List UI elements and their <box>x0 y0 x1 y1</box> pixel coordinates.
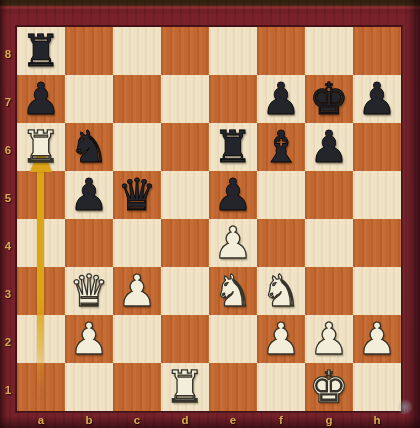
square-f4[interactable] <box>257 219 305 267</box>
square-a6[interactable]: ♜ <box>17 123 65 171</box>
square-a4[interactable] <box>17 219 65 267</box>
black-pawn[interactable]: ♟ <box>353 75 401 123</box>
file-label-e: e <box>209 409 257 428</box>
square-g1[interactable]: ♚ <box>305 363 353 411</box>
square-d4[interactable] <box>161 219 209 267</box>
file-label-b: b <box>65 409 113 428</box>
chess-board-widget: ♜♟♟♚♟♜♞♜♝♟♟♛♟♟♛♟♞♞♟♟♟♟♜♚ 87654321 abcdef… <box>0 0 420 428</box>
square-d3[interactable] <box>161 267 209 315</box>
square-c5[interactable]: ♛ <box>113 171 161 219</box>
square-h2[interactable]: ♟ <box>353 315 401 363</box>
rank-label-8: 8 <box>0 27 16 75</box>
white-pawn[interactable]: ♟ <box>113 267 161 315</box>
square-d7[interactable] <box>161 75 209 123</box>
square-h6[interactable] <box>353 123 401 171</box>
file-label-f: f <box>257 409 305 428</box>
black-pawn[interactable]: ♟ <box>305 123 353 171</box>
square-g5[interactable] <box>305 171 353 219</box>
square-b8[interactable] <box>65 27 113 75</box>
file-label-c: c <box>113 409 161 428</box>
black-king[interactable]: ♚ <box>305 75 353 123</box>
square-f3[interactable]: ♞ <box>257 267 305 315</box>
square-b2[interactable]: ♟ <box>65 315 113 363</box>
white-pawn[interactable]: ♟ <box>65 315 113 363</box>
square-e5[interactable]: ♟ <box>209 171 257 219</box>
white-knight[interactable]: ♞ <box>257 267 305 315</box>
square-f7[interactable]: ♟ <box>257 75 305 123</box>
square-c6[interactable] <box>113 123 161 171</box>
square-c2[interactable] <box>113 315 161 363</box>
rank-label-4: 4 <box>0 219 16 267</box>
black-pawn[interactable]: ♟ <box>257 75 305 123</box>
square-g4[interactable] <box>305 219 353 267</box>
black-bishop[interactable]: ♝ <box>257 123 305 171</box>
square-e8[interactable] <box>209 27 257 75</box>
black-knight[interactable]: ♞ <box>65 123 113 171</box>
rank-label-7: 7 <box>0 75 16 123</box>
board: ♜♟♟♚♟♜♞♜♝♟♟♛♟♟♛♟♞♞♟♟♟♟♜♚ <box>16 26 402 412</box>
square-b6[interactable]: ♞ <box>65 123 113 171</box>
square-c4[interactable] <box>113 219 161 267</box>
square-d2[interactable] <box>161 315 209 363</box>
black-pawn[interactable]: ♟ <box>65 171 113 219</box>
square-f1[interactable] <box>257 363 305 411</box>
white-rook[interactable]: ♜ <box>161 363 209 411</box>
file-label-a: a <box>17 409 65 428</box>
square-g2[interactable]: ♟ <box>305 315 353 363</box>
white-pawn[interactable]: ♟ <box>353 315 401 363</box>
square-f6[interactable]: ♝ <box>257 123 305 171</box>
square-b4[interactable] <box>65 219 113 267</box>
square-h8[interactable] <box>353 27 401 75</box>
white-pawn[interactable]: ♟ <box>209 219 257 267</box>
square-d1[interactable]: ♜ <box>161 363 209 411</box>
square-d6[interactable] <box>161 123 209 171</box>
rank-label-6: 6 <box>0 123 16 171</box>
black-pawn[interactable]: ♟ <box>17 75 65 123</box>
black-queen[interactable]: ♛ <box>113 171 161 219</box>
square-b7[interactable] <box>65 75 113 123</box>
rank-label-1: 1 <box>0 363 16 411</box>
white-king[interactable]: ♚ <box>305 363 353 411</box>
square-a5[interactable] <box>17 171 65 219</box>
rank-labels: 87654321 <box>0 27 16 411</box>
black-rook[interactable]: ♜ <box>17 27 65 75</box>
square-f5[interactable] <box>257 171 305 219</box>
square-b1[interactable] <box>65 363 113 411</box>
square-e3[interactable]: ♞ <box>209 267 257 315</box>
rank-label-5: 5 <box>0 171 16 219</box>
square-a3[interactable] <box>17 267 65 315</box>
square-h5[interactable] <box>353 171 401 219</box>
square-h4[interactable] <box>353 219 401 267</box>
black-pawn[interactable]: ♟ <box>209 171 257 219</box>
square-g8[interactable] <box>305 27 353 75</box>
square-h1[interactable] <box>353 363 401 411</box>
black-rook[interactable]: ♜ <box>209 123 257 171</box>
square-c1[interactable] <box>113 363 161 411</box>
square-a2[interactable] <box>17 315 65 363</box>
rank-label-3: 3 <box>0 267 16 315</box>
square-a7[interactable]: ♟ <box>17 75 65 123</box>
square-h7[interactable]: ♟ <box>353 75 401 123</box>
square-f2[interactable]: ♟ <box>257 315 305 363</box>
square-g7[interactable]: ♚ <box>305 75 353 123</box>
square-d8[interactable] <box>161 27 209 75</box>
square-b3[interactable]: ♛ <box>65 267 113 315</box>
square-a8[interactable]: ♜ <box>17 27 65 75</box>
square-c7[interactable] <box>113 75 161 123</box>
square-a1[interactable] <box>17 363 65 411</box>
square-e4[interactable]: ♟ <box>209 219 257 267</box>
square-g3[interactable] <box>305 267 353 315</box>
square-g6[interactable]: ♟ <box>305 123 353 171</box>
white-rook[interactable]: ♜ <box>17 123 65 171</box>
square-e7[interactable] <box>209 75 257 123</box>
square-c8[interactable] <box>113 27 161 75</box>
square-h3[interactable] <box>353 267 401 315</box>
square-e1[interactable] <box>209 363 257 411</box>
white-knight[interactable]: ♞ <box>209 267 257 315</box>
file-label-h: h <box>353 409 401 428</box>
white-queen[interactable]: ♛ <box>65 267 113 315</box>
square-d5[interactable] <box>161 171 209 219</box>
square-c3[interactable]: ♟ <box>113 267 161 315</box>
square-b5[interactable]: ♟ <box>65 171 113 219</box>
white-pawn[interactable]: ♟ <box>305 315 353 363</box>
white-pawn[interactable]: ♟ <box>257 315 305 363</box>
square-e6[interactable]: ♜ <box>209 123 257 171</box>
rank-label-2: 2 <box>0 315 16 363</box>
square-e2[interactable] <box>209 315 257 363</box>
square-f8[interactable] <box>257 27 305 75</box>
